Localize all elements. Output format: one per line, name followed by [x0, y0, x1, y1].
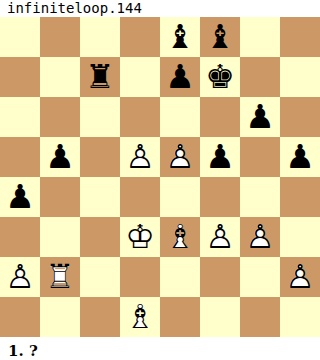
square-f7[interactable]: ♚	[200, 57, 240, 97]
white-rook: ♖	[40, 257, 80, 297]
square-f4[interactable]	[200, 177, 240, 217]
square-d1[interactable]: ♝♗	[120, 297, 160, 337]
white-bishop: ♗	[120, 297, 160, 337]
white-pawn-fill: ♟	[120, 137, 160, 177]
chess-diagram-window: infiniteloop.144 ♝♝♜♟♚♟♟♟♙♟♙♟♟♟♚♔♝♗♟♙♟♙♟…	[0, 0, 320, 360]
square-g6[interactable]: ♟	[240, 97, 280, 137]
black-bishop: ♝	[160, 17, 200, 57]
square-f1[interactable]	[200, 297, 240, 337]
square-e3[interactable]: ♝♗	[160, 217, 200, 257]
white-pawn-fill: ♟	[200, 217, 240, 257]
black-pawn: ♟	[280, 137, 320, 177]
white-king: ♔	[120, 217, 160, 257]
square-c2[interactable]	[80, 257, 120, 297]
square-c3[interactable]	[80, 217, 120, 257]
black-bishop: ♝	[200, 17, 240, 57]
square-g5[interactable]	[240, 137, 280, 177]
square-h7[interactable]	[280, 57, 320, 97]
black-pawn: ♟	[160, 57, 200, 97]
diagram-title: infiniteloop.144	[0, 0, 320, 17]
square-h2[interactable]: ♟♙	[280, 257, 320, 297]
square-d4[interactable]	[120, 177, 160, 217]
white-pawn-fill: ♟	[0, 257, 40, 297]
square-f5[interactable]: ♟	[200, 137, 240, 177]
white-bishop-fill: ♝	[120, 297, 160, 337]
square-d2[interactable]	[120, 257, 160, 297]
square-b4[interactable]	[40, 177, 80, 217]
square-e6[interactable]	[160, 97, 200, 137]
square-a3[interactable]	[0, 217, 40, 257]
square-b3[interactable]	[40, 217, 80, 257]
square-a5[interactable]	[0, 137, 40, 177]
square-b5[interactable]: ♟	[40, 137, 80, 177]
square-a6[interactable]	[0, 97, 40, 137]
black-pawn: ♟	[0, 177, 40, 217]
square-a2[interactable]: ♟♙	[0, 257, 40, 297]
white-pawn-fill: ♟	[280, 257, 320, 297]
square-c6[interactable]	[80, 97, 120, 137]
square-h6[interactable]	[280, 97, 320, 137]
square-g2[interactable]	[240, 257, 280, 297]
white-pawn: ♙	[120, 137, 160, 177]
square-c1[interactable]	[80, 297, 120, 337]
square-g4[interactable]	[240, 177, 280, 217]
white-pawn-fill: ♟	[160, 137, 200, 177]
square-d7[interactable]	[120, 57, 160, 97]
square-g3[interactable]: ♟♙	[240, 217, 280, 257]
square-d5[interactable]: ♟♙	[120, 137, 160, 177]
square-d6[interactable]	[120, 97, 160, 137]
square-f3[interactable]: ♟♙	[200, 217, 240, 257]
square-c4[interactable]	[80, 177, 120, 217]
black-rook: ♜	[80, 57, 120, 97]
white-rook-fill: ♜	[40, 257, 80, 297]
square-c5[interactable]	[80, 137, 120, 177]
move-prompt: 1. ?	[0, 337, 320, 360]
square-c7[interactable]: ♜	[80, 57, 120, 97]
white-king-fill: ♚	[120, 217, 160, 257]
square-b2[interactable]: ♜♖	[40, 257, 80, 297]
square-e5[interactable]: ♟♙	[160, 137, 200, 177]
white-bishop-fill: ♝	[160, 217, 200, 257]
square-h8[interactable]	[280, 17, 320, 57]
square-b6[interactable]	[40, 97, 80, 137]
square-e1[interactable]	[160, 297, 200, 337]
square-a7[interactable]	[0, 57, 40, 97]
white-bishop: ♗	[160, 217, 200, 257]
square-e2[interactable]	[160, 257, 200, 297]
square-g1[interactable]	[240, 297, 280, 337]
square-a1[interactable]	[0, 297, 40, 337]
square-b8[interactable]	[40, 17, 80, 57]
square-g8[interactable]	[240, 17, 280, 57]
square-e4[interactable]	[160, 177, 200, 217]
white-pawn: ♙	[200, 217, 240, 257]
white-pawn: ♙	[160, 137, 200, 177]
white-pawn: ♙	[280, 257, 320, 297]
white-pawn: ♙	[0, 257, 40, 297]
square-e7[interactable]: ♟	[160, 57, 200, 97]
square-e8[interactable]: ♝	[160, 17, 200, 57]
square-b1[interactable]	[40, 297, 80, 337]
square-d3[interactable]: ♚♔	[120, 217, 160, 257]
chess-board: ♝♝♜♟♚♟♟♟♙♟♙♟♟♟♚♔♝♗♟♙♟♙♟♙♜♖♟♙♝♗	[0, 17, 320, 337]
square-h1[interactable]	[280, 297, 320, 337]
square-c8[interactable]	[80, 17, 120, 57]
black-pawn: ♟	[200, 137, 240, 177]
white-pawn: ♙	[240, 217, 280, 257]
square-a4[interactable]: ♟	[0, 177, 40, 217]
square-h5[interactable]: ♟	[280, 137, 320, 177]
square-f8[interactable]: ♝	[200, 17, 240, 57]
square-f2[interactable]	[200, 257, 240, 297]
black-king: ♚	[200, 57, 240, 97]
square-d8[interactable]	[120, 17, 160, 57]
black-pawn: ♟	[40, 137, 80, 177]
square-h4[interactable]	[280, 177, 320, 217]
square-g7[interactable]	[240, 57, 280, 97]
black-pawn: ♟	[240, 97, 280, 137]
white-pawn-fill: ♟	[240, 217, 280, 257]
square-h3[interactable]	[280, 217, 320, 257]
square-b7[interactable]	[40, 57, 80, 97]
square-f6[interactable]	[200, 97, 240, 137]
square-a8[interactable]	[0, 17, 40, 57]
